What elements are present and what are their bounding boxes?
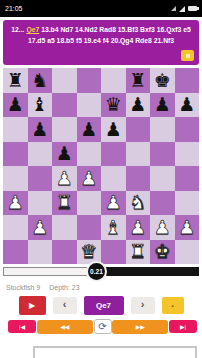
white-rook-icon: ♜ [56, 193, 73, 212]
square-h7[interactable]: ♟ [175, 93, 200, 118]
white-pawn-icon: ♟ [56, 169, 73, 188]
status-bar: 21:05 [0, 0, 202, 17]
square-g7[interactable]: ♟ [150, 93, 175, 118]
move-list-panel: 12... Qe7 13.b4 Nd7 14.Nd2 Rad8 15.Bf3 B… [3, 20, 199, 65]
white-king-icon: ♚ [154, 242, 171, 261]
square-c1[interactable] [52, 240, 77, 265]
square-h6[interactable] [175, 117, 200, 142]
fast-forward-button[interactable]: ▶▶ [112, 320, 168, 334]
square-h5[interactable] [175, 142, 200, 167]
square-c2[interactable] [52, 215, 77, 240]
engine-info: Stockfish 9 Depth: 23 [6, 284, 87, 291]
square-b6[interactable]: ♟ [28, 117, 53, 142]
engine-depth: Depth: 23 [49, 284, 79, 291]
square-f1[interactable]: ♜ [126, 240, 151, 265]
square-f4[interactable] [126, 166, 151, 191]
square-f3[interactable]: ♞ [126, 191, 151, 216]
white-pawn-icon: ♟ [105, 193, 122, 212]
square-c5[interactable]: ♟ [52, 142, 77, 167]
jump-to-end-button[interactable]: ▶| [169, 320, 197, 333]
square-f2[interactable]: ♟ [126, 215, 151, 240]
move-list-continuation: 13.b4 Nd7 14.Nd2 Rad8 15.Bf3 Bxf3 16.Qxf… [28, 26, 191, 44]
current-move-link[interactable]: Qe7 [26, 26, 39, 33]
fast-back-icon: ◀◀ [60, 323, 69, 330]
square-f8[interactable]: ♜ [126, 68, 151, 93]
square-g6[interactable] [150, 117, 175, 142]
square-f6[interactable] [126, 117, 151, 142]
edit-icon [186, 54, 190, 58]
white-pawn-icon: ♟ [7, 193, 24, 212]
fast-forward-icon: ▶▶ [136, 323, 145, 330]
square-c3[interactable]: ♜ [52, 191, 77, 216]
square-e8[interactable] [101, 68, 126, 93]
jump-end-icon: ▶| [180, 323, 186, 330]
black-pawn-icon: ♟ [31, 120, 48, 139]
square-d6[interactable]: ♟ [77, 117, 102, 142]
square-d4[interactable]: ♟ [77, 166, 102, 191]
jump-to-start-button[interactable]: |◀ [8, 320, 36, 333]
square-c4[interactable]: ♟ [52, 166, 77, 191]
square-c6[interactable] [52, 117, 77, 142]
hint-button[interactable]: ▪ [162, 297, 184, 314]
white-knight-icon: ♞ [129, 193, 146, 212]
clock: 21:05 [5, 5, 23, 12]
status-icons [171, 6, 197, 12]
square-d3[interactable] [77, 191, 102, 216]
jump-start-icon: |◀ [19, 323, 25, 330]
square-e1[interactable] [101, 240, 126, 265]
battery-icon [188, 6, 197, 11]
white-pawn-icon: ♟ [80, 169, 97, 188]
square-e5[interactable] [101, 142, 126, 167]
square-a6[interactable] [3, 117, 28, 142]
cell-signal-icon [171, 6, 176, 11]
eval-white-bar [3, 267, 95, 276]
black-pawn-icon: ♟ [7, 95, 24, 114]
square-d8[interactable] [77, 68, 102, 93]
square-h3[interactable] [175, 191, 200, 216]
engine-name: Stockfish 9 [6, 284, 40, 291]
square-g1[interactable]: ♚ [150, 240, 175, 265]
square-b7[interactable]: ♝ [28, 93, 53, 118]
white-pawn-icon: ♟ [129, 218, 146, 237]
refresh-icon: ⟳ [98, 321, 106, 332]
fast-back-button[interactable]: ◀◀ [37, 320, 93, 334]
panel-edit-button[interactable] [181, 50, 194, 61]
ad-placeholder [33, 346, 197, 358]
square-b4[interactable] [28, 166, 53, 191]
square-f5[interactable] [126, 142, 151, 167]
square-h8[interactable] [175, 68, 200, 93]
black-rook-icon: ♜ [129, 71, 146, 90]
square-a3[interactable]: ♟ [3, 191, 28, 216]
square-d5[interactable] [77, 142, 102, 167]
square-e2[interactable]: ♝ [101, 215, 126, 240]
square-e4[interactable] [101, 166, 126, 191]
white-pawn-icon: ♟ [178, 218, 195, 237]
controls-row-1: ▶ ‹ Qe7 › ▪ [0, 296, 202, 315]
controls-row-2: |◀ ◀◀ ⟳ ▶▶ ▶| [8, 319, 197, 334]
black-pawn-icon: ♟ [56, 144, 73, 163]
black-rook-icon: ♜ [7, 71, 24, 90]
square-b1[interactable] [28, 240, 53, 265]
square-h1[interactable] [175, 240, 200, 265]
square-d7[interactable] [77, 93, 102, 118]
wifi-icon [179, 6, 185, 12]
square-a1[interactable] [3, 240, 28, 265]
chevron-right-icon: › [141, 299, 145, 310]
black-pawn-icon: ♟ [178, 95, 195, 114]
move-list-prefix: 12... [11, 26, 24, 33]
square-b8[interactable]: ♞ [28, 68, 53, 93]
square-e6[interactable]: ♟ [101, 117, 126, 142]
square-e3[interactable]: ♟ [101, 191, 126, 216]
eval-score-badge: 0.21 [86, 261, 107, 282]
square-a7[interactable]: ♟ [3, 93, 28, 118]
square-c7[interactable] [52, 93, 77, 118]
chevron-left-icon: ‹ [63, 299, 67, 310]
white-queen-icon: ♛ [80, 242, 97, 261]
square-b2[interactable]: ♟ [28, 215, 53, 240]
square-a2[interactable] [3, 215, 28, 240]
black-pawn-icon: ♟ [129, 95, 146, 114]
square-h2[interactable]: ♟ [175, 215, 200, 240]
play-button[interactable]: ▶ [19, 296, 46, 315]
black-knight-icon: ♞ [31, 71, 48, 90]
square-f7[interactable]: ♟ [126, 93, 151, 118]
current-move-button[interactable]: Qe7 [84, 296, 124, 315]
hint-icon: ▪ [171, 303, 173, 309]
square-a8[interactable]: ♜ [3, 68, 28, 93]
square-g4[interactable] [150, 166, 175, 191]
black-pawn-icon: ♟ [105, 120, 122, 139]
black-king-icon: ♚ [154, 71, 171, 90]
prev-move-button[interactable]: ‹ [53, 297, 77, 314]
square-g3[interactable] [150, 191, 175, 216]
chess-board: ♜♞♜♚♟♝♛♟♟♟♟♟♟♟♟♟♟♜♟♞♟♝♟♟♟♛♜♚ [3, 68, 199, 264]
square-g5[interactable] [150, 142, 175, 167]
black-queen-icon: ♛ [105, 95, 122, 114]
square-b3[interactable] [28, 191, 53, 216]
square-a4[interactable] [3, 166, 28, 191]
white-bishop-icon: ♝ [105, 218, 122, 237]
square-g8[interactable]: ♚ [150, 68, 175, 93]
white-rook-icon: ♜ [129, 242, 146, 261]
black-bishop-icon: ♝ [31, 95, 48, 114]
square-a5[interactable] [3, 142, 28, 167]
play-icon: ▶ [29, 301, 35, 310]
next-move-button[interactable]: › [131, 297, 155, 314]
square-e7[interactable]: ♛ [101, 93, 126, 118]
square-b5[interactable] [28, 142, 53, 167]
flip-board-button[interactable]: ⟳ [94, 319, 112, 334]
white-pawn-icon: ♟ [31, 218, 48, 237]
eval-score: 0.21 [90, 268, 103, 275]
black-pawn-icon: ♟ [154, 95, 171, 114]
square-d2[interactable] [77, 215, 102, 240]
square-c8[interactable] [52, 68, 77, 93]
white-pawn-icon: ♟ [154, 218, 171, 237]
black-pawn-icon: ♟ [80, 120, 97, 139]
square-h4[interactable] [175, 166, 200, 191]
square-g2[interactable]: ♟ [150, 215, 175, 240]
